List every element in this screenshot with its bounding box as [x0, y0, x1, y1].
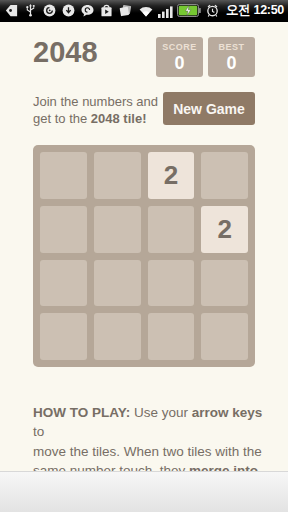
cell-empty-r1c2 — [94, 152, 141, 199]
score-box-best: BEST 0 — [208, 37, 255, 77]
cell-empty-r2c1 — [40, 206, 87, 253]
text-run: Use your — [130, 405, 192, 420]
chat-icon — [80, 3, 95, 18]
cell-empty-r4c3 — [148, 313, 195, 360]
cell-empty-r1c4 — [201, 152, 248, 199]
tile-2: 2 — [148, 152, 195, 199]
ad-banner — [0, 471, 288, 512]
cell-empty-r4c4 — [201, 313, 248, 360]
intro-text: Join the numbers and get to the 2048 til… — [33, 93, 165, 127]
best-label: BEST — [218, 42, 244, 53]
text-run-bold: HOW TO PLAY: — [33, 405, 130, 420]
usb-icon — [23, 3, 38, 18]
score-label: SCORE — [162, 42, 197, 53]
signal-strength-icon — [158, 4, 173, 18]
tile-2: 2 — [201, 206, 248, 253]
wifi-icon — [138, 4, 154, 18]
text-run-bold: arrow keys — [192, 405, 263, 420]
score-box-score: SCORE 0 — [156, 37, 203, 77]
app-screen: 오전 12:50 2048 SCORE 0 BEST 0 Join the nu… — [0, 0, 288, 512]
play-store-icon — [99, 3, 114, 18]
alarm-clock-icon — [205, 3, 220, 18]
game-board[interactable]: 22 — [33, 145, 255, 367]
tag-icon — [4, 3, 19, 18]
cell-empty-r1c1 — [40, 152, 87, 199]
spiral-icon — [42, 3, 57, 18]
cell-empty-r3c1 — [40, 260, 87, 307]
gallery-icon — [118, 3, 133, 18]
cell-empty-r2c3 — [148, 206, 195, 253]
page-title: 2048 — [33, 38, 98, 67]
text-run-bold: 2048 tile! — [91, 111, 147, 126]
best-value: 0 — [226, 53, 236, 73]
cell-empty-r3c2 — [94, 260, 141, 307]
status-bar[interactable]: 오전 12:50 — [0, 0, 288, 22]
new-game-button[interactable]: New Game — [163, 92, 255, 125]
scores: SCORE 0 BEST 0 — [156, 37, 255, 77]
download-icon — [61, 3, 76, 18]
cell-empty-r3c4 — [201, 260, 248, 307]
battery-charging-icon — [177, 4, 201, 17]
cell-empty-r2c2 — [94, 206, 141, 253]
score-value: 0 — [174, 53, 184, 73]
cell-empty-r4c2 — [94, 313, 141, 360]
status-time: 오전 12:50 — [224, 2, 284, 19]
cell-empty-r4c1 — [40, 313, 87, 360]
cell-empty-r3c3 — [148, 260, 195, 307]
